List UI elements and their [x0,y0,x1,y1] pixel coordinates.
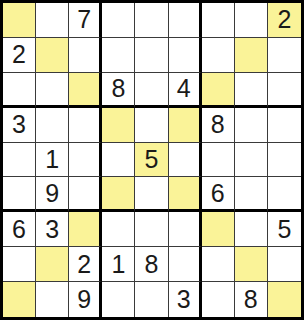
cell-r2c4[interactable] [102,38,135,73]
cell-r6c9[interactable] [268,177,301,212]
cell-r3c2[interactable] [36,73,69,108]
cell-r2c2[interactable] [36,38,69,73]
cell-r6c8[interactable] [235,177,268,212]
cell-r8c9[interactable] [268,247,301,282]
cell-r4c1[interactable]: 3 [3,108,36,143]
cell-r2c9[interactable] [268,38,301,73]
cell-r9c4[interactable] [102,282,135,317]
cell-r8c1[interactable] [3,247,36,282]
cell-r4c6[interactable] [169,108,202,143]
cell-r1c3[interactable]: 7 [69,3,102,38]
cell-r9c9[interactable] [268,282,301,317]
cell-r3c9[interactable] [268,73,301,108]
cell-r6c3[interactable] [69,177,102,212]
cell-r7c7[interactable] [202,212,235,247]
cell-r1c6[interactable] [169,3,202,38]
cell-r4c2[interactable] [36,108,69,143]
sudoku-board: 72284381596635218938 [0,0,304,320]
cell-r8c8[interactable] [235,247,268,282]
cell-r4c9[interactable] [268,108,301,143]
cell-r7c2[interactable]: 3 [36,212,69,247]
cell-r9c6[interactable]: 3 [169,282,202,317]
cell-r2c8[interactable] [235,38,268,73]
cell-r9c2[interactable] [36,282,69,317]
cell-r8c2[interactable] [36,247,69,282]
cell-r7c6[interactable] [169,212,202,247]
cell-r4c5[interactable] [135,108,168,143]
cell-r9c8[interactable]: 8 [235,282,268,317]
cell-r2c7[interactable] [202,38,235,73]
cell-r4c3[interactable] [69,108,102,143]
cell-r1c5[interactable] [135,3,168,38]
cell-r7c8[interactable] [235,212,268,247]
cell-r6c7[interactable]: 6 [202,177,235,212]
cell-r6c1[interactable] [3,177,36,212]
cell-r5c2[interactable]: 1 [36,143,69,178]
cell-r5c3[interactable] [69,143,102,178]
cell-r1c7[interactable] [202,3,235,38]
cell-r5c7[interactable] [202,143,235,178]
cell-r5c8[interactable] [235,143,268,178]
cell-r9c1[interactable] [3,282,36,317]
cell-r5c4[interactable] [102,143,135,178]
cell-r8c6[interactable] [169,247,202,282]
cell-r2c5[interactable] [135,38,168,73]
cell-r7c1[interactable]: 6 [3,212,36,247]
cell-r4c4[interactable] [102,108,135,143]
cell-r8c4[interactable]: 1 [102,247,135,282]
cell-r8c5[interactable]: 8 [135,247,168,282]
cell-r2c6[interactable] [169,38,202,73]
cell-r7c3[interactable] [69,212,102,247]
cell-r5c1[interactable] [3,143,36,178]
cell-r8c7[interactable] [202,247,235,282]
cell-r9c3[interactable]: 9 [69,282,102,317]
cell-r7c5[interactable] [135,212,168,247]
cell-r1c2[interactable] [36,3,69,38]
cell-r3c7[interactable] [202,73,235,108]
cell-r8c3[interactable]: 2 [69,247,102,282]
cell-r1c4[interactable] [102,3,135,38]
cell-r6c4[interactable] [102,177,135,212]
cell-r9c5[interactable] [135,282,168,317]
cell-r7c9[interactable]: 5 [268,212,301,247]
cell-r4c8[interactable] [235,108,268,143]
cell-r3c5[interactable] [135,73,168,108]
cell-r3c3[interactable] [69,73,102,108]
cell-r3c4[interactable]: 8 [102,73,135,108]
cell-r3c8[interactable] [235,73,268,108]
cell-r7c4[interactable] [102,212,135,247]
cell-r1c1[interactable] [3,3,36,38]
cell-r6c6[interactable] [169,177,202,212]
cell-r4c7[interactable]: 8 [202,108,235,143]
cell-r2c3[interactable] [69,38,102,73]
cell-r3c6[interactable]: 4 [169,73,202,108]
cell-r3c1[interactable] [3,73,36,108]
cell-r6c2[interactable]: 9 [36,177,69,212]
cell-r2c1[interactable]: 2 [3,38,36,73]
cell-r1c8[interactable] [235,3,268,38]
cell-r1c9[interactable]: 2 [268,3,301,38]
cell-r5c6[interactable] [169,143,202,178]
cell-r5c5[interactable]: 5 [135,143,168,178]
cell-r6c5[interactable] [135,177,168,212]
cell-r9c7[interactable] [202,282,235,317]
cell-r5c9[interactable] [268,143,301,178]
